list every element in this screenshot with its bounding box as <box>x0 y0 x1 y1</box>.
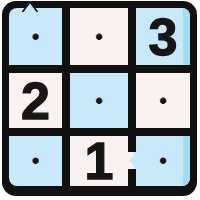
sudoku-icon: ••32•••1• <box>0 0 200 200</box>
cell-r0c2[interactable]: 3 <box>136 8 190 65</box>
dot-mark: • <box>32 150 40 172</box>
cell-r0c0[interactable]: • <box>9 8 62 65</box>
grid-line-gap <box>128 152 140 169</box>
notch-triangle <box>22 1 38 12</box>
dot-mark: • <box>159 150 167 172</box>
board-frame: ••32•••1• <box>2 1 197 196</box>
cell-r1c0[interactable]: 2 <box>9 73 62 127</box>
sudoku-grid: ••32•••1• <box>9 8 190 186</box>
cell-digit: 1 <box>85 136 114 186</box>
cell-r2c2[interactable]: • <box>136 136 190 186</box>
cell-r0c1[interactable]: • <box>70 8 128 65</box>
cell-r2c1[interactable]: 1 <box>70 136 128 186</box>
cell-digit: 3 <box>149 11 178 63</box>
cell-digit: 2 <box>21 75 50 127</box>
cell-r1c2[interactable]: • <box>136 73 190 127</box>
dot-mark: • <box>95 26 103 48</box>
cell-r2c0[interactable]: • <box>9 136 62 186</box>
dot-mark: • <box>95 90 103 112</box>
dot-mark: • <box>159 90 167 112</box>
cell-r1c1[interactable]: • <box>70 73 128 127</box>
dot-mark: • <box>32 26 40 48</box>
